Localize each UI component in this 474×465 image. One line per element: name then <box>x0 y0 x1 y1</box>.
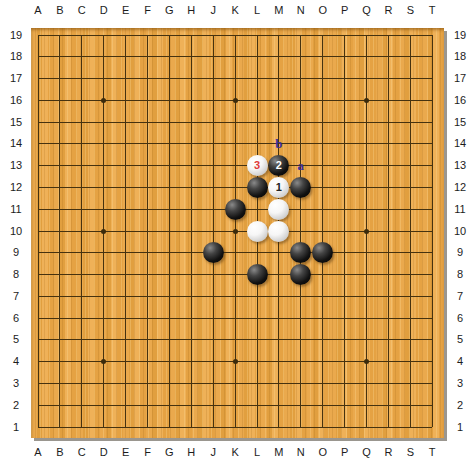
coord-label-right-6: 6 <box>449 312 471 325</box>
coord-label-top-L: L <box>246 4 268 17</box>
coord-label-right-14: 14 <box>449 137 471 150</box>
coord-label-top-T: T <box>421 4 443 17</box>
stone-white-m11[interactable] <box>268 199 289 220</box>
coord-label-top-J: J <box>202 4 224 17</box>
coord-label-top-H: H <box>180 4 202 17</box>
coord-label-right-5: 5 <box>449 333 471 346</box>
coord-label-right-12: 12 <box>449 181 471 194</box>
coord-label-top-F: F <box>137 4 159 17</box>
coord-label-bottom-T: T <box>421 446 443 459</box>
marker-b[interactable]: b <box>271 136 287 152</box>
move-number-2: 2 <box>276 160 282 171</box>
grid-line-horizontal <box>38 296 432 297</box>
coord-label-bottom-O: O <box>312 446 334 459</box>
coord-label-left-17: 17 <box>5 72 27 85</box>
coord-label-top-G: G <box>158 4 180 17</box>
grid-line-vertical <box>410 35 411 427</box>
grid-line-horizontal <box>38 274 432 275</box>
coord-label-right-13: 13 <box>449 159 471 172</box>
stone-black-l8[interactable] <box>247 264 268 285</box>
coord-label-bottom-C: C <box>71 446 93 459</box>
coord-label-right-3: 3 <box>449 377 471 390</box>
move-number-1: 1 <box>276 182 282 193</box>
coord-label-right-1: 1 <box>449 421 471 434</box>
stone-black-k11[interactable] <box>225 199 246 220</box>
coord-label-left-1: 1 <box>5 421 27 434</box>
grid-line-horizontal <box>38 339 432 340</box>
star-point-k16 <box>233 98 238 103</box>
coord-label-left-13: 13 <box>5 159 27 172</box>
marker-a[interactable]: a <box>293 158 309 174</box>
coord-label-left-7: 7 <box>5 290 27 303</box>
coord-label-bottom-L: L <box>246 446 268 459</box>
coord-label-right-10: 10 <box>449 225 471 238</box>
coord-label-left-16: 16 <box>5 94 27 107</box>
star-point-q16 <box>364 98 369 103</box>
coord-label-left-15: 15 <box>5 116 27 129</box>
coord-label-bottom-J: J <box>202 446 224 459</box>
grid-line-horizontal <box>38 427 432 428</box>
grid-line-vertical <box>344 35 345 427</box>
coord-label-bottom-P: P <box>334 446 356 459</box>
coord-label-top-A: A <box>27 4 49 17</box>
stone-white-l13[interactable]: 3 <box>247 155 268 176</box>
stone-black-n9[interactable] <box>290 242 311 263</box>
go-board: 231ab <box>31 28 444 438</box>
coord-label-bottom-F: F <box>137 446 159 459</box>
stone-white-m10[interactable] <box>268 221 289 242</box>
coord-label-right-7: 7 <box>449 290 471 303</box>
star-point-q4 <box>364 359 369 364</box>
coord-label-top-S: S <box>399 4 421 17</box>
coord-label-top-C: C <box>71 4 93 17</box>
stone-white-l10[interactable] <box>247 221 268 242</box>
star-point-q10 <box>364 229 369 234</box>
coord-label-right-15: 15 <box>449 116 471 129</box>
grid-line-vertical <box>432 35 433 427</box>
star-point-d10 <box>101 229 106 234</box>
coord-label-left-18: 18 <box>5 50 27 63</box>
stone-black-j9[interactable] <box>203 242 224 263</box>
coord-label-right-2: 2 <box>449 399 471 412</box>
coord-label-right-18: 18 <box>449 50 471 63</box>
coord-label-right-8: 8 <box>449 268 471 281</box>
coord-label-top-N: N <box>290 4 312 17</box>
coord-label-bottom-H: H <box>180 446 202 459</box>
coord-label-top-D: D <box>93 4 115 17</box>
grid-line-vertical <box>322 35 323 427</box>
grid-line-horizontal <box>38 252 432 253</box>
coord-label-left-9: 9 <box>5 246 27 259</box>
coord-label-left-14: 14 <box>5 137 27 150</box>
coord-label-top-B: B <box>49 4 71 17</box>
coord-label-bottom-S: S <box>399 446 421 459</box>
coord-label-top-R: R <box>377 4 399 17</box>
coord-label-bottom-R: R <box>377 446 399 459</box>
star-point-k10 <box>233 229 238 234</box>
star-point-k4 <box>233 359 238 364</box>
coord-label-bottom-A: A <box>27 446 49 459</box>
coord-label-bottom-G: G <box>158 446 180 459</box>
coord-label-left-12: 12 <box>5 181 27 194</box>
coord-label-bottom-N: N <box>290 446 312 459</box>
move-number-3: 3 <box>254 160 260 171</box>
coord-label-bottom-M: M <box>268 446 290 459</box>
coord-label-left-3: 3 <box>5 377 27 390</box>
grid-line-horizontal <box>38 318 432 319</box>
coord-label-top-M: M <box>268 4 290 17</box>
coord-label-top-E: E <box>115 4 137 17</box>
coord-label-left-11: 11 <box>5 203 27 216</box>
coord-label-right-4: 4 <box>449 355 471 368</box>
coord-label-left-10: 10 <box>5 225 27 238</box>
coord-label-top-O: O <box>312 4 334 17</box>
coord-label-top-P: P <box>334 4 356 17</box>
coord-label-left-19: 19 <box>5 29 27 42</box>
grid-line-vertical <box>300 35 301 427</box>
stone-black-l12[interactable] <box>247 177 268 198</box>
coord-label-right-17: 17 <box>449 72 471 85</box>
stone-black-n12[interactable] <box>290 177 311 198</box>
grid-line-vertical <box>388 35 389 427</box>
coord-label-left-4: 4 <box>5 355 27 368</box>
stone-black-m13[interactable]: 2 <box>268 155 289 176</box>
coord-label-right-11: 11 <box>449 203 471 216</box>
coord-label-top-K: K <box>224 4 246 17</box>
stone-white-m12[interactable]: 1 <box>268 177 289 198</box>
coord-label-bottom-K: K <box>224 446 246 459</box>
coord-label-bottom-Q: Q <box>356 446 378 459</box>
coord-label-left-8: 8 <box>5 268 27 281</box>
coord-label-bottom-B: B <box>49 446 71 459</box>
coord-label-bottom-D: D <box>93 446 115 459</box>
star-point-d4 <box>101 359 106 364</box>
grid-line-horizontal <box>38 383 432 384</box>
coord-label-right-19: 19 <box>449 29 471 42</box>
coord-label-bottom-E: E <box>115 446 137 459</box>
coord-label-left-2: 2 <box>5 399 27 412</box>
stone-black-o9[interactable] <box>312 242 333 263</box>
stone-black-n8[interactable] <box>290 264 311 285</box>
coord-label-right-9: 9 <box>449 246 471 259</box>
coord-label-left-6: 6 <box>5 312 27 325</box>
star-point-d16 <box>101 98 106 103</box>
coord-label-right-16: 16 <box>449 94 471 107</box>
go-diagram: 231ab AABBCCDDEEFFGGHHJJKKLLMMNNOOPPQQRR… <box>0 0 474 465</box>
coord-label-left-5: 5 <box>5 333 27 346</box>
coord-label-top-Q: Q <box>356 4 378 17</box>
grid-line-horizontal <box>38 405 432 406</box>
